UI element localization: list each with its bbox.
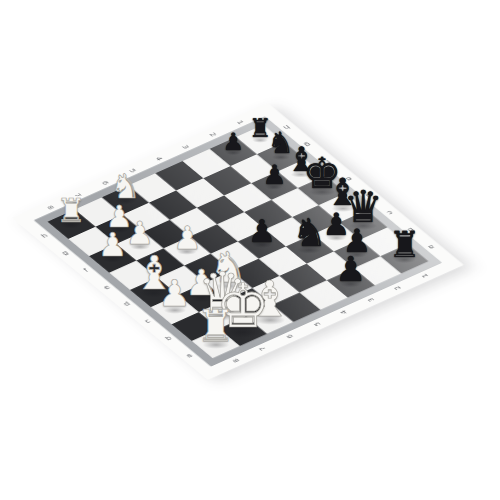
file-label-bottomleft-g: g	[60, 250, 70, 256]
rank-label-bottomright-3: 3	[366, 297, 376, 303]
chess-board-grid	[48, 125, 429, 358]
rank-label-topleft-7: 7	[73, 192, 83, 198]
file-label-topright-g: g	[303, 141, 313, 147]
chess-mat: 88hh77gg66ff55ee44dd33cc22bb11aa	[12, 103, 464, 380]
rank-label-topleft-8: 8	[46, 204, 56, 210]
rank-label-topleft-6: 6	[100, 180, 110, 186]
product-photo-scene: 88hh77gg66ff55ee44dd33cc22bb11aa ♜♟♝♟♜♚♛…	[0, 0, 500, 500]
file-label-bottomleft-b: b	[164, 335, 174, 341]
file-label-topright-d: d	[364, 192, 374, 198]
rank-label-topleft-3: 3	[181, 144, 191, 150]
rank-label-bottomright-8: 8	[231, 357, 241, 363]
rank-label-topleft-1: 1	[235, 120, 245, 126]
file-label-bottomleft-d: d	[122, 301, 132, 307]
file-label-bottomleft-c: c	[143, 318, 152, 324]
file-label-topright-f: f	[324, 159, 332, 165]
file-label-bottomleft-f: f	[82, 268, 90, 274]
file-label-topright-h: h	[282, 124, 292, 130]
rank-label-bottomright-1: 1	[420, 273, 430, 279]
rank-label-bottomright-5: 5	[312, 321, 322, 327]
rank-label-bottomright-4: 4	[339, 309, 349, 315]
rank-label-bottomright-2: 2	[393, 285, 403, 291]
file-label-bottomleft-a: a	[184, 352, 194, 358]
file-label-bottomleft-e: e	[102, 284, 112, 290]
file-label-topright-a: a	[426, 244, 436, 250]
rank-label-bottomright-6: 6	[285, 333, 295, 339]
rank-label-bottomright-7: 7	[258, 345, 268, 351]
file-label-topright-c: c	[385, 210, 394, 216]
file-label-topright-e: e	[344, 175, 354, 181]
file-label-topright-b: b	[406, 227, 416, 233]
rank-label-topleft-4: 4	[154, 156, 164, 162]
rank-label-topleft-2: 2	[208, 132, 218, 138]
file-label-bottomleft-h: h	[40, 233, 50, 239]
rank-label-topleft-5: 5	[127, 168, 137, 174]
